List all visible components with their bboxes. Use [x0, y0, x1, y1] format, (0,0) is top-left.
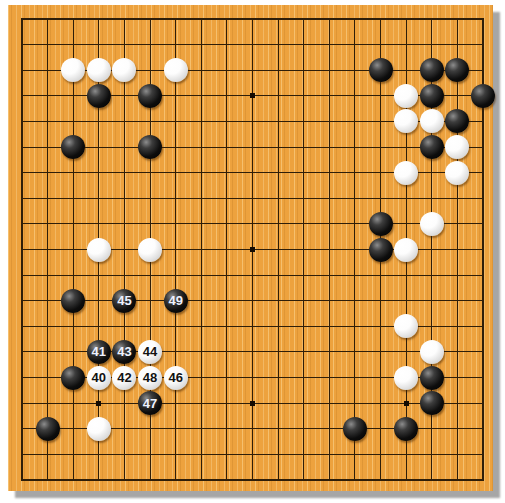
move-number-label: 43	[117, 345, 131, 358]
stone-white	[394, 238, 418, 262]
star-point	[250, 93, 255, 98]
move-number-label: 41	[92, 345, 106, 358]
stone-black	[445, 58, 469, 82]
move-number-label: 45	[117, 294, 131, 307]
stone-white	[394, 314, 418, 338]
grid-line-horizontal	[21, 454, 484, 455]
stone-black-move-43: 43	[112, 340, 136, 364]
stone-black	[138, 84, 162, 108]
stone-black	[87, 84, 111, 108]
stone-white	[87, 417, 111, 441]
star-point	[96, 401, 101, 406]
stone-white	[394, 84, 418, 108]
stone-black	[420, 58, 444, 82]
stone-black	[61, 366, 85, 390]
stone-black	[138, 135, 162, 159]
stone-black	[61, 135, 85, 159]
stone-white	[138, 238, 162, 262]
grid-line-vertical	[303, 18, 304, 481]
grid-line-horizontal	[21, 275, 484, 276]
stone-black	[420, 84, 444, 108]
grid-line-vertical	[329, 18, 330, 481]
stone-white	[394, 161, 418, 185]
stone-white-move-46: 46	[164, 366, 188, 390]
grid-line-vertical	[278, 18, 279, 481]
stone-black	[36, 417, 60, 441]
stone-white	[420, 109, 444, 133]
star-point	[250, 247, 255, 252]
go-board[interactable]: 45494143444042484647	[8, 5, 493, 491]
stone-white	[394, 109, 418, 133]
stone-black	[369, 238, 393, 262]
stone-white	[445, 161, 469, 185]
stone-black-move-49: 49	[164, 289, 188, 313]
star-point	[250, 401, 255, 406]
stone-white	[87, 238, 111, 262]
stone-white-move-42: 42	[112, 366, 136, 390]
stone-black-move-47: 47	[138, 391, 162, 415]
stone-white	[420, 212, 444, 236]
stone-white	[112, 58, 136, 82]
stone-black	[420, 391, 444, 415]
stone-white	[445, 135, 469, 159]
grid-line-horizontal	[21, 479, 484, 481]
move-number-label: 44	[143, 345, 157, 358]
move-number-label: 49	[168, 294, 182, 307]
stone-white-move-48: 48	[138, 366, 162, 390]
grid-line-vertical	[457, 18, 458, 481]
move-number-label: 42	[117, 371, 131, 384]
stone-black-move-41: 41	[87, 340, 111, 364]
move-number-label: 48	[143, 371, 157, 384]
stone-black	[61, 289, 85, 313]
stone-black	[369, 212, 393, 236]
grid-line-horizontal	[21, 300, 484, 301]
grid-line-vertical	[354, 18, 355, 481]
stone-black	[420, 366, 444, 390]
stone-black	[445, 109, 469, 133]
stone-black	[394, 417, 418, 441]
star-point	[404, 401, 409, 406]
move-number-label: 47	[143, 397, 157, 410]
stone-black	[420, 135, 444, 159]
stone-black-move-45: 45	[112, 289, 136, 313]
stone-white-move-40: 40	[87, 366, 111, 390]
board-grid[interactable]: 45494143444042484647	[22, 19, 483, 480]
stone-white	[87, 58, 111, 82]
stone-white	[164, 58, 188, 82]
stone-white-move-44: 44	[138, 340, 162, 364]
move-number-label: 46	[168, 371, 182, 384]
stone-black	[369, 58, 393, 82]
go-game-screenshot: { "game": "Go", "board": { "size": 19, "…	[0, 0, 505, 503]
stone-black	[343, 417, 367, 441]
stone-white	[420, 340, 444, 364]
stone-white	[394, 366, 418, 390]
stone-black	[471, 84, 495, 108]
stone-white	[61, 58, 85, 82]
move-number-label: 40	[92, 371, 106, 384]
